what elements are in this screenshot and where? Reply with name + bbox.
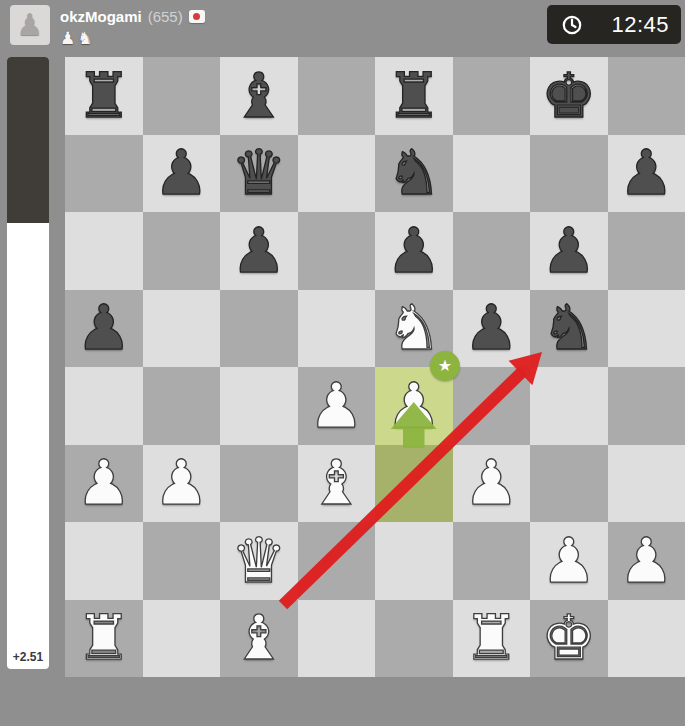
square-a6[interactable] bbox=[65, 212, 143, 290]
square-h4[interactable] bbox=[608, 367, 685, 445]
square-a8[interactable]: ♜ bbox=[65, 57, 143, 135]
square-b2[interactable] bbox=[143, 522, 221, 600]
piece-white-queen-c2[interactable]: ♛ bbox=[220, 522, 298, 600]
square-a4[interactable] bbox=[65, 367, 143, 445]
piece-white-rook-f1[interactable]: ♜ bbox=[453, 600, 531, 678]
evaluation-bar: +2.51 bbox=[7, 57, 49, 669]
square-e7[interactable]: ♞ bbox=[375, 135, 453, 213]
square-a2[interactable] bbox=[65, 522, 143, 600]
clock-icon bbox=[561, 14, 583, 36]
piece-white-rook-a1[interactable]: ♜ bbox=[65, 600, 143, 678]
square-c7[interactable]: ♛ bbox=[220, 135, 298, 213]
square-g6[interactable]: ♟ bbox=[530, 212, 608, 290]
top-player-avatar[interactable]: ♟ bbox=[10, 5, 50, 45]
square-c6[interactable]: ♟ bbox=[220, 212, 298, 290]
square-h6[interactable] bbox=[608, 212, 685, 290]
square-b4[interactable] bbox=[143, 367, 221, 445]
square-h8[interactable] bbox=[608, 57, 685, 135]
square-f3[interactable]: ♟ bbox=[453, 445, 531, 523]
square-h7[interactable]: ♟ bbox=[608, 135, 685, 213]
square-e8[interactable]: ♜ bbox=[375, 57, 453, 135]
evaluation-score: +2.51 bbox=[7, 650, 49, 664]
square-b1[interactable] bbox=[143, 600, 221, 678]
top-player-clock: 12:45 bbox=[547, 5, 681, 44]
top-clock-time: 12:45 bbox=[611, 12, 669, 38]
top-player-rating: (655) bbox=[148, 8, 183, 25]
square-f7[interactable] bbox=[453, 135, 531, 213]
japan-flag-icon bbox=[189, 10, 205, 23]
piece-black-rook-e8[interactable]: ♜ bbox=[375, 57, 453, 135]
captured-white-pawn-icon: ♟ bbox=[60, 28, 75, 48]
piece-black-king-g8[interactable]: ♚ bbox=[530, 57, 608, 135]
star-icon: ★ bbox=[438, 358, 452, 374]
square-b7[interactable]: ♟ bbox=[143, 135, 221, 213]
top-captured-pieces: ♟♞ bbox=[60, 28, 205, 48]
piece-black-rook-a8[interactable]: ♜ bbox=[65, 57, 143, 135]
square-d6[interactable] bbox=[298, 212, 376, 290]
piece-black-pawn-c6[interactable]: ♟ bbox=[220, 212, 298, 290]
square-d7[interactable] bbox=[298, 135, 376, 213]
top-player-info: okzMogami (655) ♟♞ bbox=[60, 7, 205, 48]
square-g7[interactable] bbox=[530, 135, 608, 213]
square-e3[interactable] bbox=[375, 445, 453, 523]
square-a1[interactable]: ♜ bbox=[65, 600, 143, 678]
piece-white-bishop-d3[interactable]: ♝ bbox=[298, 445, 376, 523]
square-g3[interactable] bbox=[530, 445, 608, 523]
piece-white-pawn-a3[interactable]: ♟ bbox=[65, 445, 143, 523]
piece-white-pawn-g2[interactable]: ♟ bbox=[530, 522, 608, 600]
top-player-bar: ♟ okzMogami (655) ♟♞ 12:45 bbox=[0, 0, 685, 57]
evaluation-bar-black-portion bbox=[7, 57, 49, 223]
square-h3[interactable] bbox=[608, 445, 685, 523]
pawn-avatar-icon: ♟ bbox=[17, 5, 44, 45]
square-g2[interactable]: ♟ bbox=[530, 522, 608, 600]
square-c8[interactable]: ♝ bbox=[220, 57, 298, 135]
square-c4[interactable] bbox=[220, 367, 298, 445]
piece-white-pawn-f3[interactable]: ♟ bbox=[453, 445, 531, 523]
square-b5[interactable] bbox=[143, 290, 221, 368]
square-b3[interactable]: ♟ bbox=[143, 445, 221, 523]
square-f4[interactable] bbox=[453, 367, 531, 445]
piece-black-knight-g5[interactable]: ♞ bbox=[530, 290, 608, 368]
captured-white-knight-icon: ♞ bbox=[77, 28, 92, 48]
piece-black-pawn-h7[interactable]: ♟ bbox=[608, 135, 685, 213]
square-d2[interactable] bbox=[298, 522, 376, 600]
square-f8[interactable] bbox=[453, 57, 531, 135]
square-d8[interactable] bbox=[298, 57, 376, 135]
square-e1[interactable] bbox=[375, 600, 453, 678]
chess-board[interactable]: ♜♝♜♚♟♛♞♟♟♟♟♟♞♟♞♟♟♟♟♝♟♛♟♟♜♝♜♚ bbox=[65, 57, 685, 677]
square-d4[interactable]: ♟ bbox=[298, 367, 376, 445]
piece-black-bishop-c8[interactable]: ♝ bbox=[220, 57, 298, 135]
best-move-star-badge: ★ bbox=[430, 351, 460, 381]
piece-black-pawn-e6[interactable]: ♟ bbox=[375, 212, 453, 290]
square-h5[interactable] bbox=[608, 290, 685, 368]
square-f6[interactable] bbox=[453, 212, 531, 290]
square-d3[interactable]: ♝ bbox=[298, 445, 376, 523]
bottom-player-bar: hirohurl (1433) ♟♝ 20:15 bbox=[0, 677, 685, 726]
piece-white-pawn-b3[interactable]: ♟ bbox=[143, 445, 221, 523]
square-c3[interactable] bbox=[220, 445, 298, 523]
square-f1[interactable]: ♜ bbox=[453, 600, 531, 678]
square-c5[interactable] bbox=[220, 290, 298, 368]
square-f2[interactable] bbox=[453, 522, 531, 600]
square-b6[interactable] bbox=[143, 212, 221, 290]
piece-black-pawn-f5[interactable]: ♟ bbox=[453, 290, 531, 368]
square-d1[interactable] bbox=[298, 600, 376, 678]
square-g5[interactable]: ♞ bbox=[530, 290, 608, 368]
piece-black-pawn-g6[interactable]: ♟ bbox=[530, 212, 608, 290]
square-d5[interactable] bbox=[298, 290, 376, 368]
square-a5[interactable]: ♟ bbox=[65, 290, 143, 368]
piece-black-pawn-b7[interactable]: ♟ bbox=[143, 135, 221, 213]
square-e6[interactable]: ♟ bbox=[375, 212, 453, 290]
square-h1[interactable] bbox=[608, 600, 685, 678]
square-f5[interactable]: ♟ bbox=[453, 290, 531, 368]
square-c1[interactable]: ♝ bbox=[220, 600, 298, 678]
square-g4[interactable] bbox=[530, 367, 608, 445]
square-a3[interactable]: ♟ bbox=[65, 445, 143, 523]
square-e2[interactable] bbox=[375, 522, 453, 600]
square-g8[interactable]: ♚ bbox=[530, 57, 608, 135]
square-b8[interactable] bbox=[143, 57, 221, 135]
top-player-username[interactable]: okzMogami bbox=[60, 8, 142, 25]
piece-black-pawn-a5[interactable]: ♟ bbox=[65, 290, 143, 368]
square-g1[interactable]: ♚ bbox=[530, 600, 608, 678]
square-a7[interactable] bbox=[65, 135, 143, 213]
piece-white-king-g1[interactable]: ♚ bbox=[530, 600, 608, 678]
piece-black-knight-e7[interactable]: ♞ bbox=[375, 135, 453, 213]
piece-white-pawn-d4[interactable]: ♟ bbox=[298, 367, 376, 445]
square-c2[interactable]: ♛ bbox=[220, 522, 298, 600]
piece-black-queen-c7[interactable]: ♛ bbox=[220, 135, 298, 213]
piece-white-pawn-h2[interactable]: ♟ bbox=[608, 522, 685, 600]
square-h2[interactable]: ♟ bbox=[608, 522, 685, 600]
piece-white-bishop-c1[interactable]: ♝ bbox=[220, 600, 298, 678]
